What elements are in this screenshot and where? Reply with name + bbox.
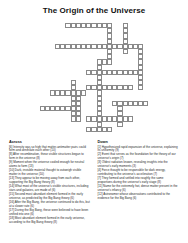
down-header: Down	[98, 140, 180, 144]
down-clues-column: Down [1] Hypothesized rapid expansion of…	[98, 140, 180, 225]
across-clue-list: [6] Intensity was so high that matter-an…	[9, 146, 91, 225]
across-clues-column: Across [6] Intensity was so high that ma…	[9, 140, 91, 225]
grid-gap	[143, 127, 148, 132]
clue-section: Across [6] Intensity was so high that ma…	[0, 140, 188, 225]
clue-item: [12] Astronomer whose observations contr…	[98, 193, 180, 200]
page-title: The Origin of the Universe	[0, 0, 188, 15]
crossword-grid-wrapper	[0, 23, 188, 134]
across-header: Across	[9, 140, 91, 144]
crossword-grid	[40, 23, 149, 134]
clue-item: [18] Most abundant element formed in the…	[9, 217, 91, 224]
down-clue-list: [1] Hypothesized rapid expansion of the …	[98, 146, 180, 201]
